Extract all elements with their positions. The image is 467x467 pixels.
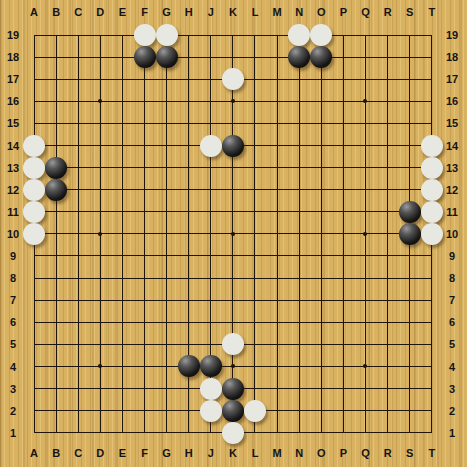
intersection-F12[interactable] xyxy=(133,179,155,201)
intersection-F3[interactable] xyxy=(133,378,155,400)
intersection-G4[interactable] xyxy=(156,355,178,377)
intersection-A7[interactable] xyxy=(23,289,45,311)
intersection-M1[interactable] xyxy=(266,422,288,444)
intersection-K15[interactable] xyxy=(222,112,244,134)
intersection-R6[interactable] xyxy=(377,311,399,333)
intersection-H13[interactable] xyxy=(178,157,200,179)
intersection-S5[interactable] xyxy=(399,333,421,355)
intersection-B19[interactable] xyxy=(45,24,67,46)
intersection-L12[interactable] xyxy=(244,179,266,201)
intersection-D11[interactable] xyxy=(89,201,111,223)
intersection-O15[interactable] xyxy=(310,112,332,134)
intersection-M9[interactable] xyxy=(266,245,288,267)
intersection-A17[interactable] xyxy=(23,68,45,90)
intersection-L11[interactable] xyxy=(244,201,266,223)
intersection-K10[interactable] xyxy=(222,223,244,245)
intersection-L16[interactable] xyxy=(244,90,266,112)
intersection-L17[interactable] xyxy=(244,68,266,90)
intersection-E13[interactable] xyxy=(111,157,133,179)
intersection-N18[interactable] xyxy=(288,46,310,68)
intersection-J11[interactable] xyxy=(200,201,222,223)
intersection-C16[interactable] xyxy=(67,90,89,112)
intersection-F7[interactable] xyxy=(133,289,155,311)
intersection-C1[interactable] xyxy=(67,422,89,444)
intersection-M7[interactable] xyxy=(266,289,288,311)
intersection-A2[interactable] xyxy=(23,400,45,422)
intersection-B5[interactable] xyxy=(45,333,67,355)
intersection-P3[interactable] xyxy=(332,378,354,400)
intersection-G10[interactable] xyxy=(156,223,178,245)
intersection-B16[interactable] xyxy=(45,90,67,112)
intersection-P9[interactable] xyxy=(332,245,354,267)
intersection-F17[interactable] xyxy=(133,68,155,90)
intersection-L13[interactable] xyxy=(244,157,266,179)
intersection-K9[interactable] xyxy=(222,245,244,267)
intersection-L5[interactable] xyxy=(244,333,266,355)
intersection-Q12[interactable] xyxy=(354,179,376,201)
intersection-N10[interactable] xyxy=(288,223,310,245)
intersection-O1[interactable] xyxy=(310,422,332,444)
intersection-T6[interactable] xyxy=(421,311,443,333)
intersection-M19[interactable] xyxy=(266,24,288,46)
intersection-D10[interactable] xyxy=(89,223,111,245)
intersection-P19[interactable] xyxy=(332,24,354,46)
intersection-L2[interactable] xyxy=(244,400,266,422)
intersection-G14[interactable] xyxy=(156,134,178,156)
intersection-A1[interactable] xyxy=(23,422,45,444)
intersection-J19[interactable] xyxy=(200,24,222,46)
intersection-C3[interactable] xyxy=(67,378,89,400)
intersection-E14[interactable] xyxy=(111,134,133,156)
intersection-S6[interactable] xyxy=(399,311,421,333)
intersection-P1[interactable] xyxy=(332,422,354,444)
intersection-L7[interactable] xyxy=(244,289,266,311)
intersection-P12[interactable] xyxy=(332,179,354,201)
intersection-F1[interactable] xyxy=(133,422,155,444)
intersection-H2[interactable] xyxy=(178,400,200,422)
intersection-R10[interactable] xyxy=(377,223,399,245)
intersection-Q15[interactable] xyxy=(354,112,376,134)
intersection-A4[interactable] xyxy=(23,355,45,377)
intersection-H19[interactable] xyxy=(178,24,200,46)
intersection-R1[interactable] xyxy=(377,422,399,444)
intersection-M10[interactable] xyxy=(266,223,288,245)
intersection-S12[interactable] xyxy=(399,179,421,201)
intersection-P11[interactable] xyxy=(332,201,354,223)
intersection-P17[interactable] xyxy=(332,68,354,90)
intersection-E8[interactable] xyxy=(111,267,133,289)
intersection-Q4[interactable] xyxy=(354,355,376,377)
intersection-O3[interactable] xyxy=(310,378,332,400)
intersection-G8[interactable] xyxy=(156,267,178,289)
intersection-Q9[interactable] xyxy=(354,245,376,267)
intersection-G2[interactable] xyxy=(156,400,178,422)
intersection-A8[interactable] xyxy=(23,267,45,289)
intersection-Q6[interactable] xyxy=(354,311,376,333)
intersection-E5[interactable] xyxy=(111,333,133,355)
intersection-Q1[interactable] xyxy=(354,422,376,444)
intersection-Q2[interactable] xyxy=(354,400,376,422)
intersection-K8[interactable] xyxy=(222,267,244,289)
intersection-E7[interactable] xyxy=(111,289,133,311)
intersection-M2[interactable] xyxy=(266,400,288,422)
intersection-C10[interactable] xyxy=(67,223,89,245)
intersection-R8[interactable] xyxy=(377,267,399,289)
intersection-N7[interactable] xyxy=(288,289,310,311)
intersection-Q19[interactable] xyxy=(354,24,376,46)
intersection-A11[interactable] xyxy=(23,201,45,223)
intersection-T2[interactable] xyxy=(421,400,443,422)
intersection-N9[interactable] xyxy=(288,245,310,267)
intersection-F2[interactable] xyxy=(133,400,155,422)
intersection-H17[interactable] xyxy=(178,68,200,90)
intersection-N13[interactable] xyxy=(288,157,310,179)
intersection-K4[interactable] xyxy=(222,355,244,377)
intersection-D16[interactable] xyxy=(89,90,111,112)
intersection-S15[interactable] xyxy=(399,112,421,134)
intersection-D1[interactable] xyxy=(89,422,111,444)
intersection-D15[interactable] xyxy=(89,112,111,134)
intersection-M5[interactable] xyxy=(266,333,288,355)
intersection-F16[interactable] xyxy=(133,90,155,112)
intersection-J18[interactable] xyxy=(200,46,222,68)
intersection-P4[interactable] xyxy=(332,355,354,377)
intersection-O16[interactable] xyxy=(310,90,332,112)
intersection-B4[interactable] xyxy=(45,355,67,377)
intersection-L14[interactable] xyxy=(244,134,266,156)
intersection-N2[interactable] xyxy=(288,400,310,422)
intersection-A5[interactable] xyxy=(23,333,45,355)
intersection-N19[interactable] xyxy=(288,24,310,46)
intersection-F19[interactable] xyxy=(133,24,155,46)
intersection-P10[interactable] xyxy=(332,223,354,245)
intersection-H1[interactable] xyxy=(178,422,200,444)
intersection-L8[interactable] xyxy=(244,267,266,289)
intersection-J4[interactable] xyxy=(200,355,222,377)
intersection-M18[interactable] xyxy=(266,46,288,68)
intersection-K14[interactable] xyxy=(222,134,244,156)
intersection-O12[interactable] xyxy=(310,179,332,201)
intersection-B3[interactable] xyxy=(45,378,67,400)
intersection-N11[interactable] xyxy=(288,201,310,223)
intersection-J17[interactable] xyxy=(200,68,222,90)
intersection-M6[interactable] xyxy=(266,311,288,333)
intersection-L10[interactable] xyxy=(244,223,266,245)
intersection-N15[interactable] xyxy=(288,112,310,134)
intersection-D17[interactable] xyxy=(89,68,111,90)
intersection-E19[interactable] xyxy=(111,24,133,46)
intersection-B14[interactable] xyxy=(45,134,67,156)
intersection-O10[interactable] xyxy=(310,223,332,245)
intersection-H10[interactable] xyxy=(178,223,200,245)
intersection-P16[interactable] xyxy=(332,90,354,112)
intersection-M8[interactable] xyxy=(266,267,288,289)
intersection-K13[interactable] xyxy=(222,157,244,179)
intersection-O9[interactable] xyxy=(310,245,332,267)
intersection-C8[interactable] xyxy=(67,267,89,289)
intersection-R13[interactable] xyxy=(377,157,399,179)
intersection-O6[interactable] xyxy=(310,311,332,333)
intersection-Q17[interactable] xyxy=(354,68,376,90)
intersection-G11[interactable] xyxy=(156,201,178,223)
intersection-T5[interactable] xyxy=(421,333,443,355)
intersection-T19[interactable] xyxy=(421,24,443,46)
intersection-N12[interactable] xyxy=(288,179,310,201)
intersection-E15[interactable] xyxy=(111,112,133,134)
intersection-J14[interactable] xyxy=(200,134,222,156)
intersection-T4[interactable] xyxy=(421,355,443,377)
intersection-C9[interactable] xyxy=(67,245,89,267)
intersection-T15[interactable] xyxy=(421,112,443,134)
intersection-F14[interactable] xyxy=(133,134,155,156)
intersection-D18[interactable] xyxy=(89,46,111,68)
intersection-R9[interactable] xyxy=(377,245,399,267)
intersection-O17[interactable] xyxy=(310,68,332,90)
intersection-K3[interactable] xyxy=(222,378,244,400)
intersection-G3[interactable] xyxy=(156,378,178,400)
intersection-E1[interactable] xyxy=(111,422,133,444)
intersection-Q3[interactable] xyxy=(354,378,376,400)
intersection-H3[interactable] xyxy=(178,378,200,400)
intersection-O8[interactable] xyxy=(310,267,332,289)
intersection-L3[interactable] xyxy=(244,378,266,400)
intersection-H6[interactable] xyxy=(178,311,200,333)
intersection-K1[interactable] xyxy=(222,422,244,444)
intersection-P5[interactable] xyxy=(332,333,354,355)
intersection-D9[interactable] xyxy=(89,245,111,267)
intersection-T1[interactable] xyxy=(421,422,443,444)
intersection-E17[interactable] xyxy=(111,68,133,90)
intersection-J1[interactable] xyxy=(200,422,222,444)
intersection-S14[interactable] xyxy=(399,134,421,156)
intersection-C11[interactable] xyxy=(67,201,89,223)
intersection-R19[interactable] xyxy=(377,24,399,46)
intersection-G13[interactable] xyxy=(156,157,178,179)
intersection-A16[interactable] xyxy=(23,90,45,112)
intersection-P7[interactable] xyxy=(332,289,354,311)
intersection-A6[interactable] xyxy=(23,311,45,333)
intersection-Q7[interactable] xyxy=(354,289,376,311)
intersection-S4[interactable] xyxy=(399,355,421,377)
intersection-A13[interactable] xyxy=(23,157,45,179)
intersection-H15[interactable] xyxy=(178,112,200,134)
intersection-S19[interactable] xyxy=(399,24,421,46)
intersection-Q10[interactable] xyxy=(354,223,376,245)
intersection-C7[interactable] xyxy=(67,289,89,311)
intersection-A3[interactable] xyxy=(23,378,45,400)
intersection-P14[interactable] xyxy=(332,134,354,156)
intersection-L6[interactable] xyxy=(244,311,266,333)
intersection-K2[interactable] xyxy=(222,400,244,422)
intersection-F18[interactable] xyxy=(133,46,155,68)
intersection-H5[interactable] xyxy=(178,333,200,355)
intersection-S3[interactable] xyxy=(399,378,421,400)
intersection-J12[interactable] xyxy=(200,179,222,201)
intersection-C2[interactable] xyxy=(67,400,89,422)
intersection-B11[interactable] xyxy=(45,201,67,223)
intersection-K5[interactable] xyxy=(222,333,244,355)
intersection-T3[interactable] xyxy=(421,378,443,400)
intersection-B12[interactable] xyxy=(45,179,67,201)
intersection-S10[interactable] xyxy=(399,223,421,245)
intersection-K17[interactable] xyxy=(222,68,244,90)
intersection-C12[interactable] xyxy=(67,179,89,201)
intersection-H7[interactable] xyxy=(178,289,200,311)
intersection-M3[interactable] xyxy=(266,378,288,400)
intersection-S17[interactable] xyxy=(399,68,421,90)
intersection-S7[interactable] xyxy=(399,289,421,311)
intersection-M11[interactable] xyxy=(266,201,288,223)
intersection-K6[interactable] xyxy=(222,311,244,333)
intersection-S2[interactable] xyxy=(399,400,421,422)
intersection-L15[interactable] xyxy=(244,112,266,134)
intersection-B13[interactable] xyxy=(45,157,67,179)
intersection-F6[interactable] xyxy=(133,311,155,333)
intersection-O11[interactable] xyxy=(310,201,332,223)
intersection-C13[interactable] xyxy=(67,157,89,179)
intersection-E3[interactable] xyxy=(111,378,133,400)
intersection-F11[interactable] xyxy=(133,201,155,223)
intersection-E11[interactable] xyxy=(111,201,133,223)
intersection-N14[interactable] xyxy=(288,134,310,156)
intersection-Q5[interactable] xyxy=(354,333,376,355)
intersection-N17[interactable] xyxy=(288,68,310,90)
intersection-D19[interactable] xyxy=(89,24,111,46)
intersection-L1[interactable] xyxy=(244,422,266,444)
intersection-J15[interactable] xyxy=(200,112,222,134)
intersection-G7[interactable] xyxy=(156,289,178,311)
intersection-S8[interactable] xyxy=(399,267,421,289)
intersection-H14[interactable] xyxy=(178,134,200,156)
intersection-O13[interactable] xyxy=(310,157,332,179)
intersection-B9[interactable] xyxy=(45,245,67,267)
intersection-F15[interactable] xyxy=(133,112,155,134)
intersection-A9[interactable] xyxy=(23,245,45,267)
intersection-C17[interactable] xyxy=(67,68,89,90)
intersection-O19[interactable] xyxy=(310,24,332,46)
intersection-Q8[interactable] xyxy=(354,267,376,289)
intersection-G9[interactable] xyxy=(156,245,178,267)
intersection-F4[interactable] xyxy=(133,355,155,377)
intersection-D7[interactable] xyxy=(89,289,111,311)
intersection-C19[interactable] xyxy=(67,24,89,46)
intersection-J6[interactable] xyxy=(200,311,222,333)
intersection-N16[interactable] xyxy=(288,90,310,112)
intersection-G17[interactable] xyxy=(156,68,178,90)
intersection-L9[interactable] xyxy=(244,245,266,267)
intersection-H4[interactable] xyxy=(178,355,200,377)
intersection-T11[interactable] xyxy=(421,201,443,223)
intersection-F9[interactable] xyxy=(133,245,155,267)
intersection-O2[interactable] xyxy=(310,400,332,422)
intersection-M14[interactable] xyxy=(266,134,288,156)
intersection-A12[interactable] xyxy=(23,179,45,201)
intersection-E16[interactable] xyxy=(111,90,133,112)
intersection-M17[interactable] xyxy=(266,68,288,90)
intersection-F13[interactable] xyxy=(133,157,155,179)
intersection-N5[interactable] xyxy=(288,333,310,355)
intersection-K16[interactable] xyxy=(222,90,244,112)
intersection-D6[interactable] xyxy=(89,311,111,333)
intersection-F10[interactable] xyxy=(133,223,155,245)
intersection-R14[interactable] xyxy=(377,134,399,156)
intersection-E6[interactable] xyxy=(111,311,133,333)
intersection-E2[interactable] xyxy=(111,400,133,422)
intersection-N8[interactable] xyxy=(288,267,310,289)
intersection-G15[interactable] xyxy=(156,112,178,134)
intersection-P13[interactable] xyxy=(332,157,354,179)
intersection-B1[interactable] xyxy=(45,422,67,444)
intersection-B6[interactable] xyxy=(45,311,67,333)
intersection-J8[interactable] xyxy=(200,267,222,289)
intersection-H12[interactable] xyxy=(178,179,200,201)
intersection-S9[interactable] xyxy=(399,245,421,267)
intersection-L19[interactable] xyxy=(244,24,266,46)
intersection-R7[interactable] xyxy=(377,289,399,311)
intersection-J9[interactable] xyxy=(200,245,222,267)
intersection-C6[interactable] xyxy=(67,311,89,333)
intersection-P18[interactable] xyxy=(332,46,354,68)
intersection-O18[interactable] xyxy=(310,46,332,68)
intersection-T18[interactable] xyxy=(421,46,443,68)
intersection-B15[interactable] xyxy=(45,112,67,134)
intersection-D2[interactable] xyxy=(89,400,111,422)
intersection-A18[interactable] xyxy=(23,46,45,68)
intersection-E18[interactable] xyxy=(111,46,133,68)
intersection-Q11[interactable] xyxy=(354,201,376,223)
intersection-B10[interactable] xyxy=(45,223,67,245)
intersection-R3[interactable] xyxy=(377,378,399,400)
intersection-M13[interactable] xyxy=(266,157,288,179)
intersection-J2[interactable] xyxy=(200,400,222,422)
intersection-M12[interactable] xyxy=(266,179,288,201)
intersection-T8[interactable] xyxy=(421,267,443,289)
intersection-T16[interactable] xyxy=(421,90,443,112)
intersection-E12[interactable] xyxy=(111,179,133,201)
intersection-C14[interactable] xyxy=(67,134,89,156)
intersection-R4[interactable] xyxy=(377,355,399,377)
intersection-N3[interactable] xyxy=(288,378,310,400)
intersection-P15[interactable] xyxy=(332,112,354,134)
intersection-J3[interactable] xyxy=(200,378,222,400)
intersection-G18[interactable] xyxy=(156,46,178,68)
intersection-D13[interactable] xyxy=(89,157,111,179)
intersection-M4[interactable] xyxy=(266,355,288,377)
intersection-P6[interactable] xyxy=(332,311,354,333)
intersection-B7[interactable] xyxy=(45,289,67,311)
intersection-A19[interactable] xyxy=(23,24,45,46)
intersection-K19[interactable] xyxy=(222,24,244,46)
intersection-G12[interactable] xyxy=(156,179,178,201)
intersection-T7[interactable] xyxy=(421,289,443,311)
intersection-C15[interactable] xyxy=(67,112,89,134)
intersection-N6[interactable] xyxy=(288,311,310,333)
intersection-F5[interactable] xyxy=(133,333,155,355)
intersection-J16[interactable] xyxy=(200,90,222,112)
intersection-D14[interactable] xyxy=(89,134,111,156)
intersection-F8[interactable] xyxy=(133,267,155,289)
intersection-K12[interactable] xyxy=(222,179,244,201)
intersection-H18[interactable] xyxy=(178,46,200,68)
intersection-O4[interactable] xyxy=(310,355,332,377)
intersection-B8[interactable] xyxy=(45,267,67,289)
intersection-G1[interactable] xyxy=(156,422,178,444)
intersection-T12[interactable] xyxy=(421,179,443,201)
intersection-J7[interactable] xyxy=(200,289,222,311)
intersection-O7[interactable] xyxy=(310,289,332,311)
intersection-P8[interactable] xyxy=(332,267,354,289)
intersection-L18[interactable] xyxy=(244,46,266,68)
